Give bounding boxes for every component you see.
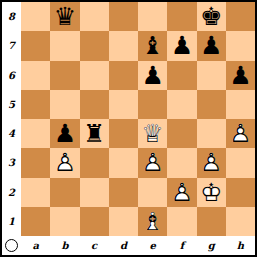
board: ♛♚♝♟♟♟♟♟♜♛♕♟♙♟♙♟♙♟♙♟♙♚♔♝♗	[21, 2, 255, 236]
square-a4[interactable]	[21, 119, 50, 148]
rank-label-1: 1	[2, 207, 21, 236]
square-c7[interactable]	[80, 31, 109, 60]
black-pawn: ♟	[197, 31, 226, 60]
rank-label-7: 7	[2, 31, 21, 60]
square-b6[interactable]	[50, 61, 79, 90]
square-e2[interactable]	[138, 178, 167, 207]
square-e4[interactable]: ♛♕	[138, 119, 167, 148]
square-b3[interactable]: ♟♙	[50, 148, 79, 177]
file-labels: abcdefgh	[21, 236, 255, 255]
square-d6[interactable]	[109, 61, 138, 90]
white-pawn: ♟♙	[197, 148, 226, 177]
file-label-h: h	[226, 236, 255, 255]
file-label-d: d	[109, 236, 138, 255]
square-a7[interactable]	[21, 31, 50, 60]
square-h3[interactable]	[226, 148, 255, 177]
file-label-e: e	[138, 236, 167, 255]
square-d7[interactable]	[109, 31, 138, 60]
black-pawn: ♟	[226, 61, 255, 90]
square-a5[interactable]	[21, 90, 50, 119]
square-h1[interactable]	[226, 207, 255, 236]
square-b7[interactable]	[50, 31, 79, 60]
square-b4[interactable]: ♟	[50, 119, 79, 148]
square-f3[interactable]	[167, 148, 196, 177]
square-c6[interactable]	[80, 61, 109, 90]
square-f4[interactable]	[167, 119, 196, 148]
square-d1[interactable]	[109, 207, 138, 236]
square-b2[interactable]	[50, 178, 79, 207]
square-g3[interactable]: ♟♙	[197, 148, 226, 177]
square-d8[interactable]	[109, 2, 138, 31]
square-g6[interactable]	[197, 61, 226, 90]
square-e5[interactable]	[138, 90, 167, 119]
black-king: ♚	[197, 2, 226, 31]
square-d3[interactable]	[109, 148, 138, 177]
square-e7[interactable]: ♝	[138, 31, 167, 60]
square-g7[interactable]: ♟	[197, 31, 226, 60]
rank-label-8: 8	[2, 2, 21, 31]
square-c8[interactable]	[80, 2, 109, 31]
square-f6[interactable]	[167, 61, 196, 90]
square-h8[interactable]	[226, 2, 255, 31]
white-pawn: ♟♙	[138, 148, 167, 177]
black-bishop: ♝	[138, 31, 167, 60]
file-label-f: f	[167, 236, 196, 255]
square-c3[interactable]	[80, 148, 109, 177]
square-c5[interactable]	[80, 90, 109, 119]
square-e3[interactable]: ♟♙	[138, 148, 167, 177]
rank-label-3: 3	[2, 148, 21, 177]
file-label-c: c	[80, 236, 109, 255]
square-f1[interactable]	[167, 207, 196, 236]
black-pawn: ♟	[167, 31, 196, 60]
black-queen: ♛	[50, 2, 79, 31]
square-f8[interactable]	[167, 2, 196, 31]
white-pawn: ♟♙	[50, 148, 79, 177]
square-g1[interactable]	[197, 207, 226, 236]
file-label-g: g	[197, 236, 226, 255]
chess-diagram: 87654321 ♛♚♝♟♟♟♟♟♜♛♕♟♙♟♙♟♙♟♙♟♙♚♔♝♗ abcde…	[0, 0, 257, 257]
white-king: ♚♔	[197, 178, 226, 207]
square-a6[interactable]	[21, 61, 50, 90]
square-h5[interactable]	[226, 90, 255, 119]
rank-label-5: 5	[2, 90, 21, 119]
square-c4[interactable]: ♜	[80, 119, 109, 148]
white-pawn: ♟♙	[167, 178, 196, 207]
square-h2[interactable]	[226, 178, 255, 207]
square-e6[interactable]: ♟	[138, 61, 167, 90]
black-pawn: ♟	[50, 119, 79, 148]
square-a2[interactable]	[21, 178, 50, 207]
side-to-move-indicator	[2, 236, 21, 255]
black-pawn: ♟	[138, 61, 167, 90]
rank-label-2: 2	[2, 178, 21, 207]
square-f5[interactable]	[167, 90, 196, 119]
square-f2[interactable]: ♟♙	[167, 178, 196, 207]
white-to-move-circle-icon	[5, 239, 18, 252]
white-queen: ♛♕	[138, 119, 167, 148]
rank-label-4: 4	[2, 119, 21, 148]
square-a1[interactable]	[21, 207, 50, 236]
square-g8[interactable]: ♚	[197, 2, 226, 31]
square-h4[interactable]: ♟♙	[226, 119, 255, 148]
square-d5[interactable]	[109, 90, 138, 119]
square-d4[interactable]	[109, 119, 138, 148]
file-label-b: b	[50, 236, 79, 255]
rank-labels: 87654321	[2, 2, 21, 236]
square-b5[interactable]	[50, 90, 79, 119]
square-c2[interactable]	[80, 178, 109, 207]
square-g4[interactable]	[197, 119, 226, 148]
square-e8[interactable]	[138, 2, 167, 31]
square-h6[interactable]: ♟	[226, 61, 255, 90]
file-label-a: a	[21, 236, 50, 255]
square-g5[interactable]	[197, 90, 226, 119]
square-h7[interactable]	[226, 31, 255, 60]
square-g2[interactable]: ♚♔	[197, 178, 226, 207]
square-b1[interactable]	[50, 207, 79, 236]
square-a8[interactable]	[21, 2, 50, 31]
square-e1[interactable]: ♝♗	[138, 207, 167, 236]
square-a3[interactable]	[21, 148, 50, 177]
square-d2[interactable]	[109, 178, 138, 207]
white-bishop: ♝♗	[138, 207, 167, 236]
black-rook: ♜	[80, 119, 109, 148]
white-pawn: ♟♙	[226, 119, 255, 148]
rank-label-6: 6	[2, 61, 21, 90]
square-f7[interactable]: ♟	[167, 31, 196, 60]
square-c1[interactable]	[80, 207, 109, 236]
square-b8[interactable]: ♛	[50, 2, 79, 31]
